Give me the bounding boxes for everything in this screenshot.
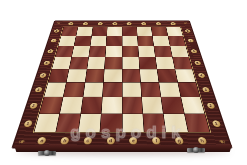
coord-cell: h — [165, 22, 180, 26]
coord-cell: f — [136, 22, 151, 26]
coord-cell: 2 — [204, 97, 218, 114]
square-d5 — [105, 57, 122, 69]
square-d4 — [104, 69, 122, 82]
file-label-g: g — [175, 137, 184, 144]
rank-label-6: 6 — [47, 49, 54, 53]
file-label-b: b — [60, 137, 69, 144]
square-c5 — [87, 57, 105, 69]
square-a4 — [48, 69, 69, 82]
coord-cell: 3 — [199, 82, 212, 97]
coord-cell: e — [122, 22, 137, 26]
rank-label-1: 1 — [23, 120, 33, 127]
coord-cell: e — [122, 136, 145, 145]
square-f3 — [141, 83, 161, 97]
square-h6 — [170, 46, 188, 57]
coord-cell: 4 — [195, 69, 207, 82]
rank-label-5: 5 — [43, 61, 50, 65]
square-c4 — [85, 69, 104, 82]
rank-label-3: 3 — [202, 87, 210, 92]
file-label-c: c — [83, 137, 92, 144]
square-f8 — [137, 27, 152, 36]
coord-cell: d — [107, 22, 122, 26]
square-c3 — [83, 83, 103, 97]
coord-cell: 8 — [183, 27, 192, 36]
square-b5 — [70, 57, 89, 69]
rank-label-7: 7 — [50, 39, 57, 42]
rank-label-8: 8 — [53, 29, 59, 32]
coord-cell: 6 — [189, 46, 200, 57]
file-label-c: c — [97, 22, 102, 25]
square-g7 — [153, 36, 170, 46]
square-c8 — [92, 27, 107, 36]
file-label-h: h — [170, 22, 176, 25]
square-f7 — [138, 36, 154, 46]
file-label-e: e — [129, 137, 137, 144]
rank-label-7: 7 — [187, 39, 194, 42]
file-label-d: d — [106, 137, 114, 144]
file-label-h: h — [197, 137, 207, 144]
square-b8 — [76, 27, 92, 36]
square-e7 — [122, 36, 137, 46]
coord-cell: d — [99, 136, 122, 145]
square-f6 — [138, 46, 155, 57]
square-d6 — [106, 46, 122, 57]
file-label-f: f — [152, 137, 161, 144]
rank-label-8: 8 — [184, 29, 190, 32]
square-e5 — [122, 57, 139, 69]
square-c2 — [81, 97, 102, 113]
rank-label-2: 2 — [29, 103, 38, 109]
coord-cell: g — [151, 22, 166, 26]
coord-cell: a — [63, 22, 78, 26]
square-g6 — [154, 46, 172, 57]
rank-label-4: 4 — [39, 73, 47, 78]
square-g2 — [161, 97, 183, 113]
square-a2 — [40, 97, 63, 113]
square-a7 — [58, 36, 75, 46]
square-e6 — [122, 46, 138, 57]
square-a3 — [44, 83, 66, 97]
square-d8 — [107, 27, 122, 36]
file-label-a: a — [37, 137, 47, 144]
coords-top: abcdefgh — [63, 22, 181, 26]
square-d7 — [106, 36, 121, 46]
file-label-e: e — [127, 22, 132, 25]
square-h4 — [175, 69, 196, 82]
square-g5 — [156, 57, 175, 69]
rank-label-5: 5 — [194, 61, 201, 65]
square-g8 — [151, 27, 167, 36]
square-g4 — [157, 69, 177, 82]
coord-cell: a — [29, 136, 54, 145]
coord-cell: c — [76, 136, 100, 145]
square-c1 — [78, 114, 101, 132]
square-f4 — [140, 69, 159, 82]
square-c6 — [89, 46, 106, 57]
rank-label-3: 3 — [34, 87, 42, 92]
file-label-d: d — [112, 22, 117, 25]
square-h2 — [181, 97, 204, 113]
square-d1 — [100, 114, 121, 132]
file-label-b: b — [83, 22, 89, 25]
square-b1 — [56, 114, 80, 132]
square-e1 — [122, 114, 143, 132]
square-b7 — [74, 36, 91, 46]
coord-cell: 7 — [186, 36, 196, 46]
square-h8 — [166, 27, 183, 36]
corner-ornament-icon: ❧ — [181, 21, 190, 26]
square-d2 — [102, 97, 122, 113]
coord-cell: 5 — [192, 57, 203, 69]
file-label-a: a — [68, 22, 74, 25]
coords-bottom: abcdefgh — [29, 136, 214, 145]
rank-label-1: 1 — [211, 120, 221, 127]
square-a6 — [55, 46, 73, 57]
square-e2 — [122, 97, 142, 113]
square-g3 — [159, 83, 180, 97]
rank-label-6: 6 — [190, 49, 197, 53]
square-h3 — [178, 83, 200, 97]
square-f5 — [139, 57, 157, 69]
square-a5 — [52, 57, 71, 69]
chess-board: ❧ ❧ ❧ ❧ abcdefgh abcdefgh 87654321 87654… — [11, 20, 232, 148]
square-c7 — [90, 36, 106, 46]
coord-cell: g — [167, 136, 192, 145]
coord-cell: h — [190, 136, 215, 145]
square-a1 — [34, 114, 59, 132]
square-f2 — [142, 97, 163, 113]
square-b3 — [64, 83, 85, 97]
square-a8 — [61, 27, 78, 36]
coord-cell: 1 — [209, 114, 224, 133]
square-h7 — [168, 36, 185, 46]
square-b6 — [72, 46, 90, 57]
square-e8 — [122, 27, 137, 36]
coord-cell: c — [93, 22, 108, 26]
square-f1 — [143, 114, 166, 132]
play-area — [33, 27, 212, 134]
square-d3 — [103, 83, 122, 97]
corner-ornament-icon: ❧ — [54, 21, 63, 26]
square-h5 — [172, 57, 191, 69]
board-perspective-wrapper: ❧ ❧ ❧ ❧ abcdefgh abcdefgh 87654321 87654… — [38, 0, 206, 148]
coord-cell: b — [78, 22, 93, 26]
rank-label-4: 4 — [197, 73, 205, 78]
square-b2 — [60, 97, 82, 113]
coord-cell: f — [145, 136, 169, 145]
latch-clasp-left — [38, 151, 56, 155]
latch-clasp-right — [187, 148, 205, 152]
rank-label-2: 2 — [206, 103, 215, 109]
coord-cell: b — [52, 136, 77, 145]
square-e3 — [122, 83, 141, 97]
square-g1 — [164, 114, 188, 132]
square-e4 — [122, 69, 140, 82]
file-label-g: g — [156, 22, 162, 25]
square-b4 — [67, 69, 87, 82]
square-h1 — [184, 114, 209, 132]
file-label-f: f — [141, 22, 146, 25]
